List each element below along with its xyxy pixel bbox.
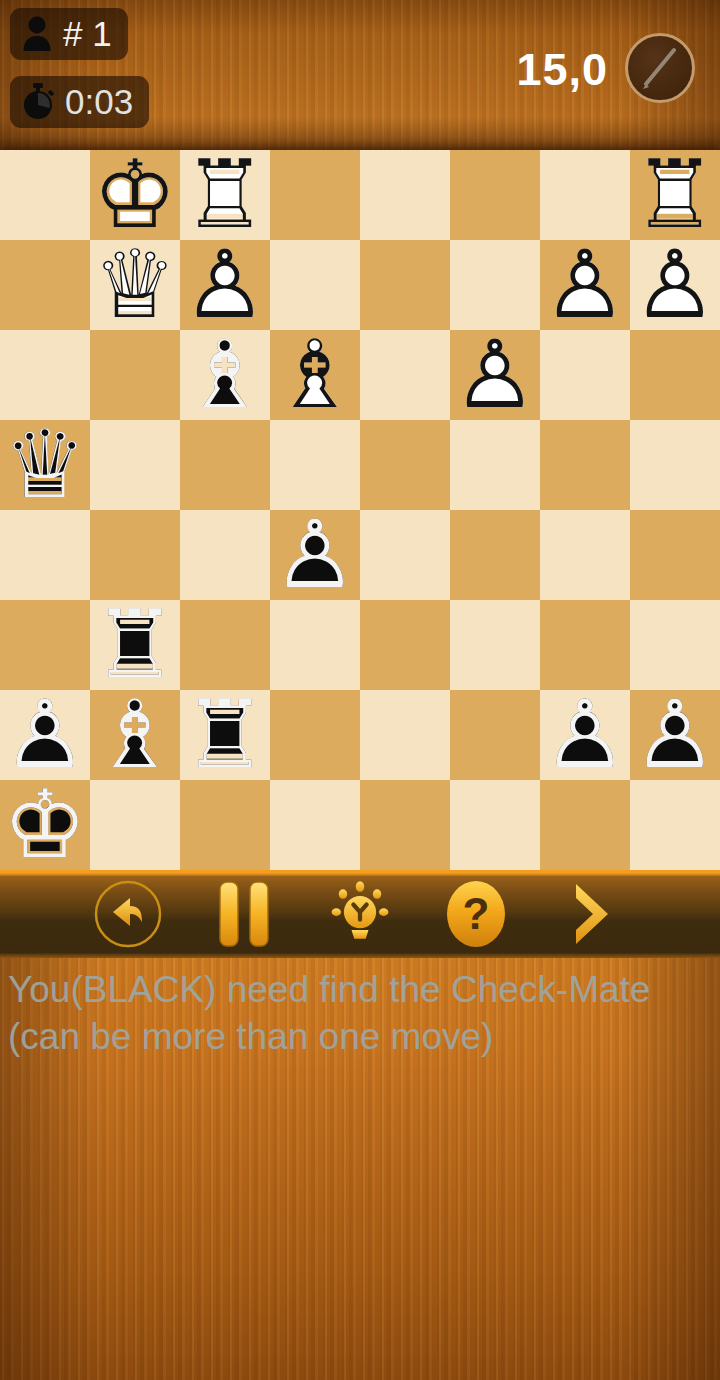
edit-button[interactable] (625, 33, 695, 103)
square-f2[interactable] (450, 690, 540, 780)
square-e7[interactable] (360, 240, 450, 330)
pencil-icon (628, 36, 692, 100)
piece-black-pawn[interactable]: ♟♙ (0, 690, 90, 780)
next-button[interactable] (556, 876, 628, 952)
square-h2[interactable]: ♟♙ (630, 690, 720, 780)
hint-button[interactable] (324, 876, 396, 952)
header: # 1 0:03 15,0 (0, 0, 720, 150)
pause-button[interactable] (208, 876, 280, 952)
pause-icon (216, 880, 272, 948)
square-e1[interactable] (360, 780, 450, 870)
piece-white-rook[interactable]: ♜♖ (180, 150, 270, 240)
square-a6[interactable] (0, 330, 90, 420)
square-c6[interactable]: ♝♗ (180, 330, 270, 420)
square-c4[interactable] (180, 510, 270, 600)
square-h4[interactable] (630, 510, 720, 600)
piece-black-queen[interactable]: ♛♕ (0, 420, 90, 510)
square-d1[interactable] (270, 780, 360, 870)
chevron-right-icon (568, 880, 616, 948)
piece-black-pawn[interactable]: ♟♙ (540, 690, 630, 780)
piece-black-pawn[interactable]: ♟♙ (270, 510, 360, 600)
square-a2[interactable]: ♟♙ (0, 690, 90, 780)
chess-puzzle-app: # 1 0:03 15,0 ♚♔♜♖♜♖♛♕♟♙♟♙♟♙♝♗♝♗♟♙♛♕♟♙♜♖… (0, 0, 720, 1380)
piece-black-king[interactable]: ♚♔ (0, 780, 90, 870)
square-a3[interactable] (0, 600, 90, 690)
square-b3[interactable]: ♜♖ (90, 600, 180, 690)
help-button[interactable]: ? (440, 876, 512, 952)
piece-black-rook[interactable]: ♜♖ (180, 690, 270, 780)
square-a4[interactable] (0, 510, 90, 600)
square-f3[interactable] (450, 600, 540, 690)
square-g8[interactable] (540, 150, 630, 240)
person-icon (22, 16, 52, 52)
square-e5[interactable] (360, 420, 450, 510)
square-c2[interactable]: ♜♖ (180, 690, 270, 780)
timer-badge: 0:03 (10, 76, 149, 128)
question-icon: ? (447, 881, 505, 947)
square-e2[interactable] (360, 690, 450, 780)
chess-board[interactable]: ♚♔♜♖♜♖♛♕♟♙♟♙♟♙♝♗♝♗♟♙♛♕♟♙♜♖♟♙♝♗♜♖♟♙♟♙♚♔ (0, 150, 720, 870)
stopwatch-icon (22, 83, 54, 121)
square-h1[interactable] (630, 780, 720, 870)
piece-white-pawn[interactable]: ♟♙ (540, 240, 630, 330)
toolbar: ? (0, 870, 720, 958)
square-a1[interactable]: ♚♔ (0, 780, 90, 870)
lightbulb-icon (324, 876, 396, 952)
square-d2[interactable] (270, 690, 360, 780)
square-a5[interactable]: ♛♕ (0, 420, 90, 510)
square-c3[interactable] (180, 600, 270, 690)
instruction-message: You(BLACK) need find the Check-Mate (can… (8, 966, 712, 1060)
square-c7[interactable]: ♟♙ (180, 240, 270, 330)
square-e8[interactable] (360, 150, 450, 240)
square-e4[interactable] (360, 510, 450, 600)
square-f1[interactable] (450, 780, 540, 870)
square-b1[interactable] (90, 780, 180, 870)
square-b7[interactable]: ♛♕ (90, 240, 180, 330)
square-c1[interactable] (180, 780, 270, 870)
square-b5[interactable] (90, 420, 180, 510)
square-b6[interactable] (90, 330, 180, 420)
square-f8[interactable] (450, 150, 540, 240)
square-h5[interactable] (630, 420, 720, 510)
square-g6[interactable] (540, 330, 630, 420)
piece-black-bishop[interactable]: ♝♗ (90, 690, 180, 780)
square-d3[interactable] (270, 600, 360, 690)
piece-white-pawn[interactable]: ♟♙ (450, 330, 540, 420)
square-g3[interactable] (540, 600, 630, 690)
square-g1[interactable] (540, 780, 630, 870)
instruction-line-1: You(BLACK) need find the Check-Mate (8, 966, 712, 1013)
square-c8[interactable]: ♜♖ (180, 150, 270, 240)
square-g2[interactable]: ♟♙ (540, 690, 630, 780)
square-g5[interactable] (540, 420, 630, 510)
piece-white-rook[interactable]: ♜♖ (630, 150, 720, 240)
square-d4[interactable]: ♟♙ (270, 510, 360, 600)
square-h7[interactable]: ♟♙ (630, 240, 720, 330)
square-h3[interactable] (630, 600, 720, 690)
piece-black-rook[interactable]: ♜♖ (90, 600, 180, 690)
square-c5[interactable] (180, 420, 270, 510)
square-d8[interactable] (270, 150, 360, 240)
piece-white-queen[interactable]: ♛♕ (90, 240, 180, 330)
back-button[interactable] (92, 876, 164, 952)
square-d7[interactable] (270, 240, 360, 330)
square-b4[interactable] (90, 510, 180, 600)
puzzle-number-badge: # 1 (10, 8, 128, 60)
square-e3[interactable] (360, 600, 450, 690)
square-h6[interactable] (630, 330, 720, 420)
square-g7[interactable]: ♟♙ (540, 240, 630, 330)
instruction-line-2: (can be more than one move) (8, 1013, 712, 1060)
timer-value: 0:03 (65, 83, 133, 121)
square-a8[interactable] (0, 150, 90, 240)
square-h8[interactable]: ♜♖ (630, 150, 720, 240)
square-a7[interactable] (0, 240, 90, 330)
square-d6[interactable]: ♝♗ (270, 330, 360, 420)
back-arrow-icon (92, 878, 164, 950)
piece-white-bishop[interactable]: ♝♗ (270, 330, 360, 420)
piece-black-pawn[interactable]: ♟♙ (630, 690, 720, 780)
piece-white-pawn[interactable]: ♟♙ (180, 240, 270, 330)
score-value: 15,0 (516, 44, 608, 96)
square-g4[interactable] (540, 510, 630, 600)
square-d5[interactable] (270, 420, 360, 510)
square-f5[interactable] (450, 420, 540, 510)
square-f7[interactable] (450, 240, 540, 330)
piece-black-bishop[interactable]: ♝♗ (180, 330, 270, 420)
square-e6[interactable] (360, 330, 450, 420)
square-b2[interactable]: ♝♗ (90, 690, 180, 780)
piece-white-king[interactable]: ♚♔ (90, 150, 180, 240)
square-f4[interactable] (450, 510, 540, 600)
piece-white-pawn[interactable]: ♟♙ (630, 240, 720, 330)
square-b8[interactable]: ♚♔ (90, 150, 180, 240)
square-f6[interactable]: ♟♙ (450, 330, 540, 420)
puzzle-number: # 1 (63, 15, 112, 53)
